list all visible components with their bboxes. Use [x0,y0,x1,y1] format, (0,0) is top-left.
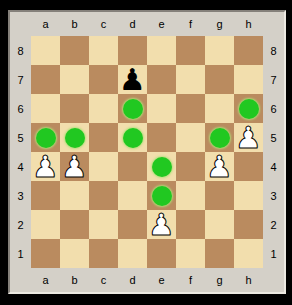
square-c2[interactable] [89,210,118,239]
square-h3[interactable] [234,181,263,210]
file-label-c-top: c [89,12,118,36]
white-pawn-e2[interactable]: ♟ [147,210,176,239]
square-a3[interactable] [31,181,60,210]
square-c6[interactable] [89,94,118,123]
square-e3[interactable] [147,181,176,210]
file-label-a-top: a [31,12,60,36]
square-h7[interactable] [234,65,263,94]
square-e7[interactable] [147,65,176,94]
file-label-d-bottom: d [118,268,147,292]
square-g7[interactable] [205,65,234,94]
square-d3[interactable] [118,181,147,210]
square-d5[interactable] [118,123,147,152]
file-label-h-top: h [234,12,263,36]
square-h1[interactable] [234,239,263,268]
rank-label-8-right: 8 [263,36,284,65]
square-d2[interactable] [118,210,147,239]
square-b2[interactable] [60,210,89,239]
square-f7[interactable] [176,65,205,94]
square-c5[interactable] [89,123,118,152]
chess-app-window: abcdefgh887♟7665♟54♟♟♟4332♟211abcdefgh [0,0,292,305]
rank-label-3-right: 3 [263,181,284,210]
square-a5[interactable] [31,123,60,152]
rank-label-7-right: 7 [263,65,284,94]
file-label-e-top: e [147,12,176,36]
square-g8[interactable] [205,36,234,65]
square-d8[interactable] [118,36,147,65]
square-e6[interactable] [147,94,176,123]
file-label-c-bottom: c [89,268,118,292]
square-e2[interactable]: ♟ [147,210,176,239]
square-d1[interactable] [118,239,147,268]
square-g3[interactable] [205,181,234,210]
rank-label-5-left: 5 [10,123,31,152]
square-e5[interactable] [147,123,176,152]
rank-label-6-right: 6 [263,94,284,123]
file-label-f-top: f [176,12,205,36]
square-c7[interactable] [89,65,118,94]
square-f1[interactable] [176,239,205,268]
rank-label-7-left: 7 [10,65,31,94]
square-f4[interactable] [176,152,205,181]
rank-label-3-left: 3 [10,181,31,210]
square-f3[interactable] [176,181,205,210]
rank-label-5-right: 5 [263,123,284,152]
square-f6[interactable] [176,94,205,123]
file-label-b-top: b [60,12,89,36]
rank-label-1-right: 1 [263,239,284,268]
square-d6[interactable] [118,94,147,123]
square-b1[interactable] [60,239,89,268]
square-h4[interactable] [234,152,263,181]
square-h8[interactable] [234,36,263,65]
square-b5[interactable] [60,123,89,152]
legal-move-dot-a5[interactable] [36,128,56,148]
square-b7[interactable] [60,65,89,94]
square-a8[interactable] [31,36,60,65]
square-a6[interactable] [31,94,60,123]
file-label-f-bottom: f [176,268,205,292]
square-c3[interactable] [89,181,118,210]
rank-label-8-left: 8 [10,36,31,65]
square-g2[interactable] [205,210,234,239]
rank-label-2-right: 2 [263,210,284,239]
square-h5[interactable]: ♟ [234,123,263,152]
white-pawn-b4[interactable]: ♟ [60,152,89,181]
square-g5[interactable] [205,123,234,152]
square-g1[interactable] [205,239,234,268]
legal-move-dot-d6[interactable] [123,99,143,119]
square-g6[interactable] [205,94,234,123]
square-h2[interactable] [234,210,263,239]
square-c1[interactable] [89,239,118,268]
square-e1[interactable] [147,239,176,268]
square-b6[interactable] [60,94,89,123]
black-pawn-d7[interactable]: ♟ [118,65,147,94]
square-c8[interactable] [89,36,118,65]
file-label-a-bottom: a [31,268,60,292]
rank-label-6-left: 6 [10,94,31,123]
chess-board-frame: abcdefgh887♟7665♟54♟♟♟4332♟211abcdefgh [8,10,286,294]
legal-move-dot-d5[interactable] [123,128,143,148]
square-f2[interactable] [176,210,205,239]
file-label-b-bottom: b [60,268,89,292]
square-h6[interactable] [234,94,263,123]
file-label-g-bottom: g [205,268,234,292]
square-g4[interactable]: ♟ [205,152,234,181]
square-c4[interactable] [89,152,118,181]
file-label-g-top: g [205,12,234,36]
square-e8[interactable] [147,36,176,65]
frame-corner [10,12,31,36]
rank-label-4-left: 4 [10,152,31,181]
square-a4[interactable]: ♟ [31,152,60,181]
frame-corner [263,268,284,292]
square-d7[interactable]: ♟ [118,65,147,94]
white-pawn-g4[interactable]: ♟ [205,152,234,181]
rank-label-4-right: 4 [263,152,284,181]
square-b3[interactable] [60,181,89,210]
file-label-h-bottom: h [234,268,263,292]
legal-move-dot-h6[interactable] [239,99,259,119]
legal-move-dot-b5[interactable] [65,128,85,148]
square-b4[interactable]: ♟ [60,152,89,181]
square-a2[interactable] [31,210,60,239]
rank-label-1-left: 1 [10,239,31,268]
legal-move-dot-g5[interactable] [210,128,230,148]
square-f5[interactable] [176,123,205,152]
frame-corner [263,12,284,36]
square-b8[interactable] [60,36,89,65]
square-a1[interactable] [31,239,60,268]
square-f8[interactable] [176,36,205,65]
file-label-e-bottom: e [147,268,176,292]
rank-label-2-left: 2 [10,210,31,239]
square-e4[interactable] [147,152,176,181]
square-a7[interactable] [31,65,60,94]
white-pawn-h5[interactable]: ♟ [234,123,263,152]
white-pawn-a4[interactable]: ♟ [31,152,60,181]
legal-move-dot-e4[interactable] [152,157,172,177]
file-label-d-top: d [118,12,147,36]
frame-corner [10,268,31,292]
legal-move-dot-e3[interactable] [152,186,172,206]
square-d4[interactable] [118,152,147,181]
